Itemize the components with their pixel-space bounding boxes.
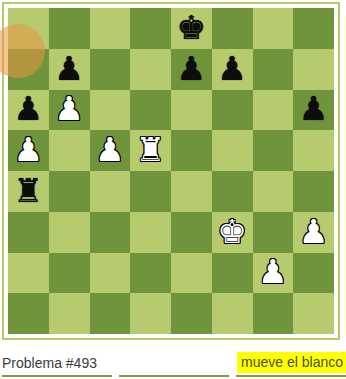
bottom-rules xyxy=(2,375,346,377)
square-d6[interactable] xyxy=(130,90,171,131)
white-rook[interactable]: ♜ xyxy=(136,133,166,166)
square-c4[interactable] xyxy=(90,171,131,212)
caption-row: Problema #493 mueve el blanco xyxy=(2,352,346,373)
square-b1[interactable] xyxy=(49,293,90,334)
square-h6[interactable]: ♟ xyxy=(293,90,334,131)
square-e3[interactable] xyxy=(171,212,212,253)
square-h8[interactable] xyxy=(293,8,334,49)
square-e7[interactable]: ♟ xyxy=(171,49,212,90)
square-f5[interactable] xyxy=(212,130,253,171)
square-g1[interactable] xyxy=(253,293,294,334)
chess-board: ♚♟♟♟♟♟♟♟♟♜♜♚♟♟ xyxy=(8,8,334,334)
white-pawn[interactable]: ♟ xyxy=(95,133,125,166)
square-a2[interactable] xyxy=(8,253,49,294)
black-pawn[interactable]: ♟ xyxy=(14,92,44,125)
black-pawn[interactable]: ♟ xyxy=(217,52,247,85)
square-g2[interactable]: ♟ xyxy=(253,253,294,294)
square-f6[interactable] xyxy=(212,90,253,131)
square-b7[interactable]: ♟ xyxy=(49,49,90,90)
square-b6[interactable]: ♟ xyxy=(49,90,90,131)
square-d3[interactable] xyxy=(130,212,171,253)
square-d7[interactable] xyxy=(130,49,171,90)
square-f2[interactable] xyxy=(212,253,253,294)
square-a7[interactable] xyxy=(8,49,49,90)
square-f3[interactable]: ♚ xyxy=(212,212,253,253)
square-b3[interactable] xyxy=(49,212,90,253)
square-f4[interactable] xyxy=(212,171,253,212)
square-g7[interactable] xyxy=(253,49,294,90)
square-g4[interactable] xyxy=(253,171,294,212)
white-king[interactable]: ♚ xyxy=(217,215,247,248)
square-g5[interactable] xyxy=(253,130,294,171)
square-g6[interactable] xyxy=(253,90,294,131)
square-f8[interactable] xyxy=(212,8,253,49)
square-d4[interactable] xyxy=(130,171,171,212)
square-f7[interactable]: ♟ xyxy=(212,49,253,90)
square-h3[interactable]: ♟ xyxy=(293,212,334,253)
puzzle-title: Problema #493 xyxy=(2,355,97,371)
black-rook[interactable]: ♜ xyxy=(14,174,44,207)
square-a4[interactable]: ♜ xyxy=(8,171,49,212)
square-c7[interactable] xyxy=(90,49,131,90)
square-a5[interactable]: ♟ xyxy=(8,130,49,171)
square-d1[interactable] xyxy=(130,293,171,334)
square-d2[interactable] xyxy=(130,253,171,294)
square-e6[interactable] xyxy=(171,90,212,131)
square-c2[interactable] xyxy=(90,253,131,294)
square-a8[interactable] xyxy=(8,8,49,49)
square-d8[interactable] xyxy=(130,8,171,49)
black-king[interactable]: ♚ xyxy=(177,11,207,44)
black-pawn[interactable]: ♟ xyxy=(54,52,84,85)
square-a3[interactable] xyxy=(8,212,49,253)
square-e4[interactable] xyxy=(171,171,212,212)
rule-segment xyxy=(119,375,229,377)
square-h5[interactable] xyxy=(293,130,334,171)
square-a6[interactable]: ♟ xyxy=(8,90,49,131)
square-c8[interactable] xyxy=(90,8,131,49)
square-d5[interactable]: ♜ xyxy=(130,130,171,171)
square-e5[interactable] xyxy=(171,130,212,171)
square-c1[interactable] xyxy=(90,293,131,334)
white-pawn[interactable]: ♟ xyxy=(14,133,44,166)
white-pawn[interactable]: ♟ xyxy=(258,255,288,288)
square-h1[interactable] xyxy=(293,293,334,334)
side-to-move-prompt: mueve el blanco xyxy=(237,352,346,373)
square-b8[interactable] xyxy=(49,8,90,49)
square-g3[interactable] xyxy=(253,212,294,253)
square-c3[interactable] xyxy=(90,212,131,253)
black-pawn[interactable]: ♟ xyxy=(299,92,329,125)
white-pawn[interactable]: ♟ xyxy=(54,92,84,125)
square-h2[interactable] xyxy=(293,253,334,294)
square-b5[interactable] xyxy=(49,130,90,171)
square-b2[interactable] xyxy=(49,253,90,294)
black-pawn[interactable]: ♟ xyxy=(177,52,207,85)
square-c5[interactable]: ♟ xyxy=(90,130,131,171)
square-b4[interactable] xyxy=(49,171,90,212)
square-e1[interactable] xyxy=(171,293,212,334)
rule-segment xyxy=(2,375,112,377)
square-a1[interactable] xyxy=(8,293,49,334)
square-e2[interactable] xyxy=(171,253,212,294)
square-e8[interactable]: ♚ xyxy=(171,8,212,49)
rule-segment xyxy=(236,375,346,377)
square-h7[interactable] xyxy=(293,49,334,90)
square-g8[interactable] xyxy=(253,8,294,49)
square-c6[interactable] xyxy=(90,90,131,131)
square-h4[interactable] xyxy=(293,171,334,212)
chess-board-frame: ♚♟♟♟♟♟♟♟♟♜♜♚♟♟ xyxy=(2,2,340,340)
white-pawn[interactable]: ♟ xyxy=(299,215,329,248)
square-f1[interactable] xyxy=(212,293,253,334)
